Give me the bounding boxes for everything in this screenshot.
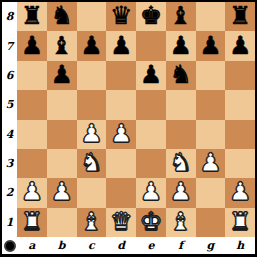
square-a6[interactable] [17, 61, 47, 90]
square-a2[interactable]: ♟ [17, 178, 47, 207]
square-b6[interactable]: ♟ [47, 61, 77, 90]
white-pawn[interactable]: ♟ [140, 179, 162, 204]
square-h4[interactable] [225, 120, 255, 149]
square-g7[interactable]: ♟ [196, 31, 226, 60]
square-a4[interactable] [17, 120, 47, 149]
square-e3[interactable] [136, 149, 166, 178]
white-bishop[interactable]: ♝ [169, 209, 191, 234]
square-a5[interactable] [17, 90, 47, 119]
rank-label-4: 4 [2, 120, 17, 149]
black-king[interactable]: ♚ [140, 3, 162, 28]
square-d6[interactable] [106, 61, 136, 90]
white-knight[interactable]: ♞ [169, 150, 191, 175]
file-label-b: b [47, 237, 77, 254]
chess-board-frame: 8 7 6 5 4 3 2 1 ♜♞♛♚♝♜♟♝♟♟♟♟♟♟♟♞♟♟♞♞♟♟♟♟… [0, 0, 257, 257]
file-label-f: f [166, 237, 196, 254]
black-pawn[interactable]: ♟ [169, 33, 191, 58]
rank-label-5: 5 [2, 90, 17, 119]
square-g3[interactable]: ♟ [196, 149, 226, 178]
board-area: 8 7 6 5 4 3 2 1 ♜♞♛♚♝♜♟♝♟♟♟♟♟♟♟♞♟♟♞♞♟♟♟♟… [2, 2, 255, 254]
square-f2[interactable]: ♟ [166, 178, 196, 207]
black-pawn[interactable]: ♟ [199, 33, 221, 58]
square-f6[interactable]: ♞ [166, 61, 196, 90]
black-pawn[interactable]: ♟ [110, 33, 132, 58]
white-pawn[interactable]: ♟ [50, 179, 72, 204]
black-knight[interactable]: ♞ [169, 62, 191, 87]
square-g1[interactable] [196, 208, 226, 237]
white-knight[interactable]: ♞ [80, 150, 102, 175]
white-rook[interactable]: ♜ [229, 209, 251, 234]
chess-board: ♜♞♛♚♝♜♟♝♟♟♟♟♟♟♟♞♟♟♞♞♟♟♟♟♟♟♜♝♛♚♝♜ [17, 2, 255, 237]
black-pawn[interactable]: ♟ [80, 33, 102, 58]
white-bishop[interactable]: ♝ [80, 209, 102, 234]
rank-label-3: 3 [2, 149, 17, 178]
rank-label-2: 2 [2, 178, 17, 207]
black-pawn[interactable]: ♟ [50, 62, 72, 87]
white-king[interactable]: ♚ [140, 209, 162, 234]
square-g5[interactable] [196, 90, 226, 119]
square-b8[interactable]: ♞ [47, 2, 77, 31]
square-h5[interactable] [225, 90, 255, 119]
square-c5[interactable] [77, 90, 107, 119]
white-pawn[interactable]: ♟ [110, 121, 132, 146]
square-e8[interactable]: ♚ [136, 2, 166, 31]
black-queen[interactable]: ♛ [110, 3, 132, 28]
square-c2[interactable] [77, 178, 107, 207]
square-h6[interactable] [225, 61, 255, 90]
white-pawn[interactable]: ♟ [199, 150, 221, 175]
rank-label-7: 7 [2, 31, 17, 60]
square-c4[interactable]: ♟ [77, 120, 107, 149]
square-f4[interactable] [166, 120, 196, 149]
square-a8[interactable]: ♜ [17, 2, 47, 31]
square-e7[interactable] [136, 31, 166, 60]
square-b3[interactable] [47, 149, 77, 178]
square-f7[interactable]: ♟ [166, 31, 196, 60]
black-rook[interactable]: ♜ [21, 3, 43, 28]
black-rook[interactable]: ♜ [229, 3, 251, 28]
square-f3[interactable]: ♞ [166, 149, 196, 178]
white-pawn[interactable]: ♟ [169, 179, 191, 204]
square-b1[interactable] [47, 208, 77, 237]
square-e4[interactable] [136, 120, 166, 149]
rank-labels: 8 7 6 5 4 3 2 1 [2, 2, 17, 237]
file-label-h: h [225, 237, 255, 254]
square-c6[interactable] [77, 61, 107, 90]
square-b7[interactable]: ♝ [47, 31, 77, 60]
file-label-g: g [196, 237, 226, 254]
square-d8[interactable]: ♛ [106, 2, 136, 31]
side-to-move-indicator [4, 240, 16, 252]
rank-label-8: 8 [2, 2, 17, 31]
square-a7[interactable]: ♟ [17, 31, 47, 60]
square-f5[interactable] [166, 90, 196, 119]
file-label-a: a [17, 237, 47, 254]
black-bishop[interactable]: ♝ [169, 3, 191, 28]
square-h3[interactable] [225, 149, 255, 178]
square-h8[interactable]: ♜ [225, 2, 255, 31]
square-b4[interactable] [47, 120, 77, 149]
square-g2[interactable] [196, 178, 226, 207]
square-a1[interactable]: ♜ [17, 208, 47, 237]
black-knight[interactable]: ♞ [50, 3, 72, 28]
file-labels: a b c d e f g h [17, 237, 255, 254]
square-d5[interactable] [106, 90, 136, 119]
square-g8[interactable] [196, 2, 226, 31]
square-g4[interactable] [196, 120, 226, 149]
square-d2[interactable] [106, 178, 136, 207]
square-g6[interactable] [196, 61, 226, 90]
square-d4[interactable]: ♟ [106, 120, 136, 149]
square-e6[interactable]: ♟ [136, 61, 166, 90]
black-pawn[interactable]: ♟ [229, 33, 251, 58]
square-e5[interactable] [136, 90, 166, 119]
file-label-e: e [136, 237, 166, 254]
square-f8[interactable]: ♝ [166, 2, 196, 31]
white-pawn[interactable]: ♟ [229, 179, 251, 204]
white-rook[interactable]: ♜ [21, 209, 43, 234]
black-pawn[interactable]: ♟ [21, 33, 43, 58]
file-label-c: c [77, 237, 107, 254]
rank-label-1: 1 [2, 208, 17, 237]
square-d3[interactable] [106, 149, 136, 178]
square-e2[interactable]: ♟ [136, 178, 166, 207]
white-pawn[interactable]: ♟ [21, 179, 43, 204]
rank-label-6: 6 [2, 61, 17, 90]
square-h7[interactable]: ♟ [225, 31, 255, 60]
black-bishop[interactable]: ♝ [50, 33, 72, 58]
white-queen[interactable]: ♛ [110, 209, 132, 234]
square-e1[interactable]: ♚ [136, 208, 166, 237]
square-d1[interactable]: ♛ [106, 208, 136, 237]
square-c3[interactable]: ♞ [77, 149, 107, 178]
square-a3[interactable] [17, 149, 47, 178]
black-pawn[interactable]: ♟ [140, 62, 162, 87]
square-h1[interactable]: ♜ [225, 208, 255, 237]
square-b2[interactable]: ♟ [47, 178, 77, 207]
square-h2[interactable]: ♟ [225, 178, 255, 207]
square-c1[interactable]: ♝ [77, 208, 107, 237]
square-c8[interactable] [77, 2, 107, 31]
white-pawn[interactable]: ♟ [80, 121, 102, 146]
square-b5[interactable] [47, 90, 77, 119]
square-c7[interactable]: ♟ [77, 31, 107, 60]
square-f1[interactable]: ♝ [166, 208, 196, 237]
file-label-d: d [106, 237, 136, 254]
square-d7[interactable]: ♟ [106, 31, 136, 60]
